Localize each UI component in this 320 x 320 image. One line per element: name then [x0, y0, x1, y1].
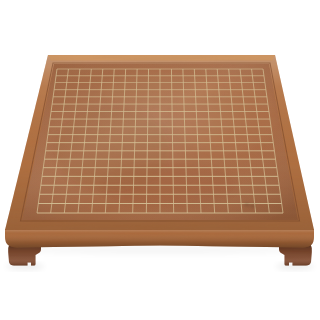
- goban-product-photo: [0, 0, 320, 320]
- ground-shadow: [6, 246, 314, 269]
- wood-grain-texture: [0, 0, 320, 320]
- goban-image: [0, 0, 320, 320]
